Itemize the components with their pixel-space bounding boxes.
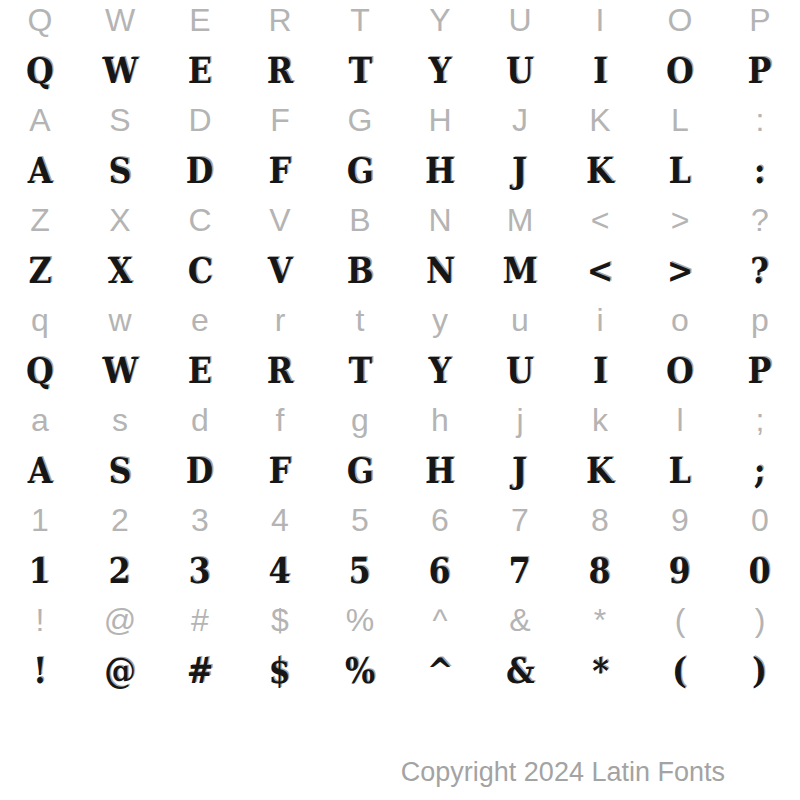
specimen-char: @ xyxy=(80,640,160,700)
specimen-char: $ xyxy=(240,640,320,700)
reference-char: 5 xyxy=(320,500,400,540)
specimen-row: !@#$%^&*() xyxy=(0,640,800,700)
reference-char: 9 xyxy=(640,500,720,540)
specimen-char: & xyxy=(480,640,560,700)
character-band: ZXCVBNM<>?ZXCVBNM<>? xyxy=(0,200,800,300)
specimen-char: H xyxy=(400,140,480,200)
reference-char: # xyxy=(160,600,240,640)
specimen-char: > xyxy=(640,240,720,300)
specimen-char: U xyxy=(480,340,560,400)
reference-char: E xyxy=(160,0,240,40)
specimen-char: E xyxy=(160,40,240,100)
reference-char: w xyxy=(80,300,160,340)
reference-char: B xyxy=(320,200,400,240)
specimen-char: P xyxy=(720,340,800,400)
specimen-char: ? xyxy=(720,240,800,300)
specimen-char: * xyxy=(560,640,640,700)
specimen-char: 0 xyxy=(720,540,800,600)
reference-char: 3 xyxy=(160,500,240,540)
reference-char: h xyxy=(400,400,480,440)
reference-row: ZXCVBNM<>? xyxy=(0,200,800,240)
reference-char: u xyxy=(480,300,560,340)
reference-char: Q xyxy=(0,0,80,40)
specimen-char: : xyxy=(720,140,800,200)
specimen-char: J xyxy=(480,140,560,200)
reference-char: V xyxy=(240,200,320,240)
reference-char: @ xyxy=(80,600,160,640)
reference-char: R xyxy=(240,0,320,40)
reference-char: l xyxy=(640,400,720,440)
specimen-char: G xyxy=(320,140,400,200)
copyright-text: Copyright 2024 Latin Fonts xyxy=(401,755,725,789)
specimen-char: F xyxy=(240,140,320,200)
reference-row: asdfghjkl; xyxy=(0,400,800,440)
specimen-row: QWERTYUIOP xyxy=(0,40,800,100)
reference-char: > xyxy=(640,200,720,240)
character-band: qwertyuiopQWERTYUIOP xyxy=(0,300,800,400)
specimen-char: ! xyxy=(0,640,80,700)
specimen-char: T xyxy=(320,340,400,400)
specimen-char: A xyxy=(0,140,80,200)
specimen-row: ASDFGHJKL; xyxy=(0,440,800,500)
reference-char: O xyxy=(640,0,720,40)
specimen-char: U xyxy=(480,40,560,100)
reference-char: p xyxy=(720,300,800,340)
reference-char: o xyxy=(640,300,720,340)
reference-char: A xyxy=(0,100,80,140)
specimen-char: 7 xyxy=(480,540,560,600)
reference-row: 1234567890 xyxy=(0,500,800,540)
reference-char: 1 xyxy=(0,500,80,540)
specimen-char: F xyxy=(240,440,320,500)
reference-char: U xyxy=(480,0,560,40)
reference-char: q xyxy=(0,300,80,340)
reference-char: s xyxy=(80,400,160,440)
reference-char: g xyxy=(320,400,400,440)
reference-char: < xyxy=(560,200,640,240)
specimen-char: S xyxy=(80,140,160,200)
specimen-char: W xyxy=(80,340,160,400)
reference-char: j xyxy=(480,400,560,440)
specimen-char: ^ xyxy=(400,640,480,700)
reference-char: N xyxy=(400,200,480,240)
specimen-char: R xyxy=(240,40,320,100)
character-band: asdfghjkl;ASDFGHJKL; xyxy=(0,400,800,500)
reference-char: K xyxy=(560,100,640,140)
specimen-char: W xyxy=(80,40,160,100)
specimen-char: K xyxy=(560,140,640,200)
reference-char: i xyxy=(560,300,640,340)
reference-char: L xyxy=(640,100,720,140)
reference-char: G xyxy=(320,100,400,140)
specimen-char: T xyxy=(320,40,400,100)
specimen-char: V xyxy=(240,240,320,300)
reference-char: W xyxy=(80,0,160,40)
specimen-row: QWERTYUIOP xyxy=(0,340,800,400)
reference-char: f xyxy=(240,400,320,440)
font-specimen-sheet: QWERTYUIOPQWERTYUIOPASDFGHJKL:ASDFGHJKL:… xyxy=(0,0,800,800)
character-band: QWERTYUIOPQWERTYUIOP xyxy=(0,0,800,100)
reference-char: C xyxy=(160,200,240,240)
specimen-char: O xyxy=(640,40,720,100)
reference-char: X xyxy=(80,200,160,240)
reference-char: ? xyxy=(720,200,800,240)
specimen-char: E xyxy=(160,340,240,400)
specimen-char: L xyxy=(640,440,720,500)
specimen-char: Y xyxy=(400,40,480,100)
reference-char: 6 xyxy=(400,500,480,540)
reference-char: * xyxy=(560,600,640,640)
reference-char: 0 xyxy=(720,500,800,540)
specimen-char: X xyxy=(80,240,160,300)
reference-char: 2 xyxy=(80,500,160,540)
reference-char: & xyxy=(480,600,560,640)
specimen-char: 4 xyxy=(240,540,320,600)
reference-char: d xyxy=(160,400,240,440)
reference-char: P xyxy=(720,0,800,40)
specimen-char: C xyxy=(160,240,240,300)
reference-row: qwertyuiop xyxy=(0,300,800,340)
reference-char: ; xyxy=(720,400,800,440)
specimen-char: J xyxy=(480,440,560,500)
specimen-char: 8 xyxy=(560,540,640,600)
reference-char: a xyxy=(0,400,80,440)
specimen-char: P xyxy=(720,40,800,100)
reference-char: T xyxy=(320,0,400,40)
reference-char: I xyxy=(560,0,640,40)
reference-char: ) xyxy=(720,600,800,640)
reference-char: M xyxy=(480,200,560,240)
reference-char: 4 xyxy=(240,500,320,540)
specimen-row: ZXCVBNM<>? xyxy=(0,240,800,300)
character-grid: QWERTYUIOPQWERTYUIOPASDFGHJKL:ASDFGHJKL:… xyxy=(0,0,800,700)
character-band: ASDFGHJKL:ASDFGHJKL: xyxy=(0,100,800,200)
specimen-char: I xyxy=(560,40,640,100)
specimen-row: 1234567890 xyxy=(0,540,800,600)
specimen-char: 6 xyxy=(400,540,480,600)
specimen-char: 3 xyxy=(160,540,240,600)
specimen-char: Z xyxy=(0,240,80,300)
specimen-char: G xyxy=(320,440,400,500)
reference-char: Z xyxy=(0,200,80,240)
specimen-char: % xyxy=(320,640,400,700)
reference-char: ^ xyxy=(400,600,480,640)
reference-char: % xyxy=(320,600,400,640)
character-band: 12345678901234567890 xyxy=(0,500,800,600)
specimen-char: 9 xyxy=(640,540,720,600)
specimen-char: # xyxy=(160,640,240,700)
reference-char: F xyxy=(240,100,320,140)
reference-char: 7 xyxy=(480,500,560,540)
specimen-char: H xyxy=(400,440,480,500)
reference-char: r xyxy=(240,300,320,340)
specimen-char: < xyxy=(560,240,640,300)
specimen-char: A xyxy=(0,440,80,500)
specimen-char: 1 xyxy=(0,540,80,600)
specimen-char: Q xyxy=(0,340,80,400)
specimen-char: ( xyxy=(640,640,720,700)
reference-char: D xyxy=(160,100,240,140)
reference-char: 8 xyxy=(560,500,640,540)
specimen-char: R xyxy=(240,340,320,400)
reference-char: t xyxy=(320,300,400,340)
specimen-char: 5 xyxy=(320,540,400,600)
reference-char: k xyxy=(560,400,640,440)
specimen-char: B xyxy=(320,240,400,300)
specimen-char: O xyxy=(640,340,720,400)
reference-row: QWERTYUIOP xyxy=(0,0,800,40)
specimen-char: Q xyxy=(0,40,80,100)
reference-char: Y xyxy=(400,0,480,40)
specimen-char: 2 xyxy=(80,540,160,600)
reference-char: $ xyxy=(240,600,320,640)
specimen-char: ) xyxy=(720,640,800,700)
specimen-char: M xyxy=(480,240,560,300)
reference-char: e xyxy=(160,300,240,340)
specimen-char: S xyxy=(80,440,160,500)
specimen-char: D xyxy=(160,140,240,200)
reference-char: J xyxy=(480,100,560,140)
specimen-row: ASDFGHJKL: xyxy=(0,140,800,200)
reference-char: H xyxy=(400,100,480,140)
reference-char: S xyxy=(80,100,160,140)
reference-char: ! xyxy=(0,600,80,640)
specimen-char: L xyxy=(640,140,720,200)
specimen-char: D xyxy=(160,440,240,500)
reference-row: !@#$%^&*() xyxy=(0,600,800,640)
specimen-char: N xyxy=(400,240,480,300)
specimen-char: Y xyxy=(400,340,480,400)
specimen-char: ; xyxy=(720,440,800,500)
reference-char: y xyxy=(400,300,480,340)
reference-char: : xyxy=(720,100,800,140)
reference-row: ASDFGHJKL: xyxy=(0,100,800,140)
specimen-char: I xyxy=(560,340,640,400)
reference-char: ( xyxy=(640,600,720,640)
character-band: !@#$%^&*()!@#$%^&*() xyxy=(0,600,800,700)
specimen-char: K xyxy=(560,440,640,500)
